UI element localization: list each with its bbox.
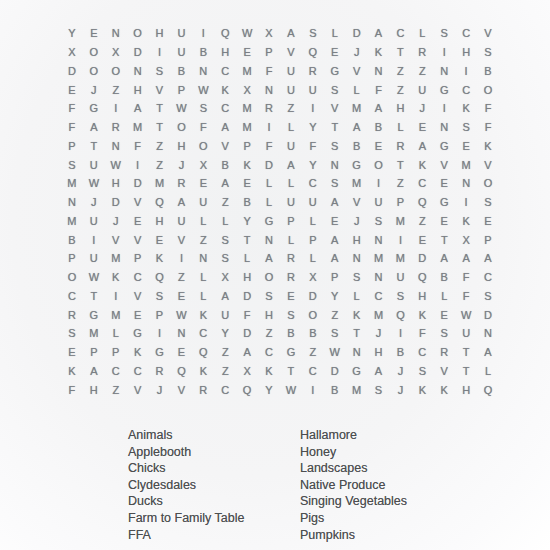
grid-cell-r1c5[interactable]: H xyxy=(149,24,171,43)
grid-cell-r14c20[interactable]: C xyxy=(477,268,499,287)
grid-cell-r16c10[interactable]: H xyxy=(258,305,280,324)
grid-cell-r11c2[interactable]: U xyxy=(83,212,105,231)
grid-cell-r20c10[interactable]: Y xyxy=(258,380,280,399)
grid-cell-r1c2[interactable]: E xyxy=(83,24,105,43)
grid-cell-r19c14[interactable]: G xyxy=(346,362,368,381)
grid-cell-r19c17[interactable]: S xyxy=(411,362,433,381)
grid-cell-r5c8[interactable]: C xyxy=(214,99,236,118)
grid-cell-r4c9[interactable]: X xyxy=(236,80,258,99)
grid-cell-r10c4[interactable]: V xyxy=(127,193,149,212)
grid-cell-r15c3[interactable]: I xyxy=(105,287,127,306)
grid-cell-r1c1[interactable]: Y xyxy=(61,24,83,43)
grid-cell-r3c3[interactable]: O xyxy=(105,62,127,81)
grid-cell-r10c17[interactable]: Q xyxy=(411,193,433,212)
grid-cell-r9c13[interactable]: S xyxy=(324,174,346,193)
grid-cell-r18c10[interactable]: C xyxy=(258,343,280,362)
grid-cell-r2c14[interactable]: J xyxy=(346,43,368,62)
grid-cell-r2c18[interactable]: I xyxy=(433,43,455,62)
grid-cell-r13c5[interactable]: K xyxy=(149,249,171,268)
grid-cell-r3c13[interactable]: G xyxy=(324,62,346,81)
grid-cell-r2c2[interactable]: O xyxy=(83,43,105,62)
grid-cell-r8c20[interactable]: V xyxy=(477,155,499,174)
grid-cell-r11c14[interactable]: J xyxy=(346,212,368,231)
grid-cell-r9c20[interactable]: O xyxy=(477,174,499,193)
grid-cell-r12c20[interactable]: P xyxy=(477,230,499,249)
grid-cell-r14c14[interactable]: S xyxy=(346,268,368,287)
grid-cell-r14c5[interactable]: Q xyxy=(149,268,171,287)
grid-cell-r9c17[interactable]: C xyxy=(411,174,433,193)
grid-cell-r16c5[interactable]: P xyxy=(149,305,171,324)
grid-cell-r2c16[interactable]: T xyxy=(389,43,411,62)
grid-cell-r18c18[interactable]: R xyxy=(433,343,455,362)
grid-cell-r5c1[interactable]: F xyxy=(61,99,83,118)
grid-cell-r14c1[interactable]: O xyxy=(61,268,83,287)
grid-cell-r3c14[interactable]: V xyxy=(346,62,368,81)
grid-cell-r10c1[interactable]: N xyxy=(61,193,83,212)
grid-cell-r9c19[interactable]: N xyxy=(455,174,477,193)
grid-cell-r20c2[interactable]: H xyxy=(83,380,105,399)
grid-cell-r11c20[interactable]: E xyxy=(477,212,499,231)
grid-cell-r20c7[interactable]: R xyxy=(192,380,214,399)
grid-cell-r4c4[interactable]: H xyxy=(127,80,149,99)
grid-cell-r13c14[interactable]: N xyxy=(346,249,368,268)
grid-cell-r20c18[interactable]: K xyxy=(433,380,455,399)
grid-cell-r5c3[interactable]: I xyxy=(105,99,127,118)
grid-cell-r17c20[interactable]: N xyxy=(477,324,499,343)
grid-cell-r12c9[interactable]: T xyxy=(236,230,258,249)
grid-cell-r9c14[interactable]: M xyxy=(346,174,368,193)
grid-cell-r15c1[interactable]: C xyxy=(61,287,83,306)
grid-cell-r14c12[interactable]: X xyxy=(302,268,324,287)
grid-cell-r7c2[interactable]: T xyxy=(83,137,105,156)
grid-cell-r2c17[interactable]: R xyxy=(411,43,433,62)
grid-cell-r10c11[interactable]: U xyxy=(280,193,302,212)
grid-cell-r10c8[interactable]: Z xyxy=(214,193,236,212)
grid-cell-r10c19[interactable]: I xyxy=(455,193,477,212)
grid-cell-r2c6[interactable]: U xyxy=(170,43,192,62)
grid-cell-r2c10[interactable]: P xyxy=(258,43,280,62)
grid-cell-r5c11[interactable]: Z xyxy=(280,99,302,118)
grid-cell-r1c7[interactable]: I xyxy=(192,24,214,43)
grid-cell-r6c14[interactable]: A xyxy=(346,118,368,137)
grid-cell-r3c9[interactable]: M xyxy=(236,62,258,81)
grid-cell-r1c20[interactable]: V xyxy=(477,24,499,43)
grid-cell-r11c13[interactable]: E xyxy=(324,212,346,231)
grid-cell-r19c10[interactable]: K xyxy=(258,362,280,381)
grid-cell-r12c14[interactable]: H xyxy=(346,230,368,249)
grid-cell-r13c4[interactable]: P xyxy=(127,249,149,268)
grid-cell-r19c9[interactable]: X xyxy=(236,362,258,381)
grid-cell-r17c15[interactable]: J xyxy=(368,324,390,343)
grid-cell-r4c3[interactable]: Z xyxy=(105,80,127,99)
grid-cell-r6c6[interactable]: O xyxy=(170,118,192,137)
grid-cell-r9c3[interactable]: H xyxy=(105,174,127,193)
grid-cell-r15c17[interactable]: H xyxy=(411,287,433,306)
grid-cell-r16c1[interactable]: R xyxy=(61,305,83,324)
grid-cell-r15c6[interactable]: E xyxy=(170,287,192,306)
grid-cell-r20c12[interactable]: I xyxy=(302,380,324,399)
grid-cell-r8c8[interactable]: B xyxy=(214,155,236,174)
grid-cell-r3c8[interactable]: C xyxy=(214,62,236,81)
grid-cell-r3c20[interactable]: B xyxy=(477,62,499,81)
grid-cell-r5c14[interactable]: M xyxy=(346,99,368,118)
grid-cell-r17c19[interactable]: U xyxy=(455,324,477,343)
grid-cell-r11c1[interactable]: M xyxy=(61,212,83,231)
grid-cell-r17c2[interactable]: M xyxy=(83,324,105,343)
grid-cell-r11c4[interactable]: E xyxy=(127,212,149,231)
grid-cell-r19c16[interactable]: J xyxy=(389,362,411,381)
grid-cell-r12c18[interactable]: T xyxy=(433,230,455,249)
grid-cell-r14c2[interactable]: W xyxy=(83,268,105,287)
grid-cell-r1c10[interactable]: X xyxy=(258,24,280,43)
grid-cell-r11c5[interactable]: H xyxy=(149,212,171,231)
grid-cell-r8c19[interactable]: M xyxy=(455,155,477,174)
grid-cell-r7c14[interactable]: B xyxy=(346,137,368,156)
grid-cell-r20c19[interactable]: H xyxy=(455,380,477,399)
grid-cell-r1c12[interactable]: S xyxy=(302,24,324,43)
grid-cell-r19c11[interactable]: T xyxy=(280,362,302,381)
grid-cell-r19c6[interactable]: Q xyxy=(170,362,192,381)
grid-cell-r6c1[interactable]: F xyxy=(61,118,83,137)
grid-cell-r6c19[interactable]: S xyxy=(455,118,477,137)
grid-cell-r18c6[interactable]: E xyxy=(170,343,192,362)
grid-cell-r8c17[interactable]: K xyxy=(411,155,433,174)
grid-cell-r14c9[interactable]: H xyxy=(236,268,258,287)
grid-cell-r13c3[interactable]: M xyxy=(105,249,127,268)
grid-cell-r20c3[interactable]: Z xyxy=(105,380,127,399)
grid-cell-r17c6[interactable]: N xyxy=(170,324,192,343)
grid-cell-r19c4[interactable]: C xyxy=(127,362,149,381)
grid-cell-r5c6[interactable]: W xyxy=(170,99,192,118)
grid-cell-r19c7[interactable]: K xyxy=(192,362,214,381)
grid-cell-r12c2[interactable]: I xyxy=(83,230,105,249)
grid-cell-r11c18[interactable]: E xyxy=(433,212,455,231)
grid-cell-r18c13[interactable]: W xyxy=(324,343,346,362)
grid-cell-r18c12[interactable]: Z xyxy=(302,343,324,362)
grid-cell-r10c7[interactable]: U xyxy=(192,193,214,212)
grid-cell-r4c16[interactable]: Z xyxy=(389,80,411,99)
grid-cell-r20c8[interactable]: C xyxy=(214,380,236,399)
grid-cell-r13c1[interactable]: P xyxy=(61,249,83,268)
grid-cell-r4c8[interactable]: K xyxy=(214,80,236,99)
grid-cell-r12c15[interactable]: N xyxy=(368,230,390,249)
grid-cell-r10c6[interactable]: A xyxy=(170,193,192,212)
grid-cell-r8c10[interactable]: D xyxy=(258,155,280,174)
grid-cell-r4c6[interactable]: P xyxy=(170,80,192,99)
grid-cell-r7c9[interactable]: P xyxy=(236,137,258,156)
grid-cell-r20c16[interactable]: J xyxy=(389,380,411,399)
grid-cell-r2c8[interactable]: H xyxy=(214,43,236,62)
grid-cell-r6c9[interactable]: M xyxy=(236,118,258,137)
grid-cell-r19c18[interactable]: V xyxy=(433,362,455,381)
grid-cell-r16c2[interactable]: G xyxy=(83,305,105,324)
grid-cell-r5c12[interactable]: I xyxy=(302,99,324,118)
grid-cell-r11c3[interactable]: J xyxy=(105,212,127,231)
grid-cell-r7c6[interactable]: H xyxy=(170,137,192,156)
grid-cell-r9c18[interactable]: E xyxy=(433,174,455,193)
grid-cell-r17c10[interactable]: Z xyxy=(258,324,280,343)
grid-cell-r11c6[interactable]: U xyxy=(170,212,192,231)
grid-cell-r18c15[interactable]: H xyxy=(368,343,390,362)
grid-cell-r9c7[interactable]: E xyxy=(192,174,214,193)
grid-cell-r5c17[interactable]: J xyxy=(411,99,433,118)
grid-cell-r3c4[interactable]: N xyxy=(127,62,149,81)
grid-cell-r9c1[interactable]: M xyxy=(61,174,83,193)
grid-cell-r15c18[interactable]: L xyxy=(433,287,455,306)
grid-cell-r6c5[interactable]: T xyxy=(149,118,171,137)
grid-cell-r2c7[interactable]: B xyxy=(192,43,214,62)
grid-cell-r19c20[interactable]: L xyxy=(477,362,499,381)
grid-cell-r9c8[interactable]: A xyxy=(214,174,236,193)
grid-cell-r16c9[interactable]: F xyxy=(236,305,258,324)
grid-cell-r17c13[interactable]: S xyxy=(324,324,346,343)
grid-cell-r12c12[interactable]: P xyxy=(302,230,324,249)
grid-cell-r13c16[interactable]: M xyxy=(389,249,411,268)
grid-cell-r8c12[interactable]: Y xyxy=(302,155,324,174)
grid-cell-r8c6[interactable]: J xyxy=(170,155,192,174)
grid-cell-r15c12[interactable]: D xyxy=(302,287,324,306)
grid-cell-r13c9[interactable]: L xyxy=(236,249,258,268)
grid-cell-r12c6[interactable]: V xyxy=(170,230,192,249)
grid-cell-r15c5[interactable]: S xyxy=(149,287,171,306)
grid-cell-r1c15[interactable]: A xyxy=(368,24,390,43)
grid-cell-r17c11[interactable]: B xyxy=(280,324,302,343)
grid-cell-r16c6[interactable]: W xyxy=(170,305,192,324)
grid-cell-r15c10[interactable]: S xyxy=(258,287,280,306)
grid-cell-r18c11[interactable]: G xyxy=(280,343,302,362)
grid-cell-r6c2[interactable]: A xyxy=(83,118,105,137)
grid-cell-r14c18[interactable]: B xyxy=(433,268,455,287)
grid-cell-r15c9[interactable]: D xyxy=(236,287,258,306)
grid-cell-r7c8[interactable]: V xyxy=(214,137,236,156)
grid-cell-r9c15[interactable]: I xyxy=(368,174,390,193)
grid-cell-r17c18[interactable]: S xyxy=(433,324,455,343)
grid-cell-r8c11[interactable]: A xyxy=(280,155,302,174)
grid-cell-r6c15[interactable]: B xyxy=(368,118,390,137)
grid-cell-r3c18[interactable]: N xyxy=(433,62,455,81)
grid-cell-r12c8[interactable]: S xyxy=(214,230,236,249)
grid-cell-r13c7[interactable]: N xyxy=(192,249,214,268)
grid-cell-r14c15[interactable]: N xyxy=(368,268,390,287)
grid-cell-r13c10[interactable]: A xyxy=(258,249,280,268)
grid-cell-r17c8[interactable]: Y xyxy=(214,324,236,343)
grid-cell-r16c4[interactable]: E xyxy=(127,305,149,324)
grid-cell-r1c16[interactable]: C xyxy=(389,24,411,43)
grid-cell-r2c12[interactable]: Q xyxy=(302,43,324,62)
grid-cell-r9c4[interactable]: D xyxy=(127,174,149,193)
grid-cell-r1c17[interactable]: L xyxy=(411,24,433,43)
grid-cell-r13c13[interactable]: A xyxy=(324,249,346,268)
grid-cell-r3c6[interactable]: B xyxy=(170,62,192,81)
grid-cell-r18c9[interactable]: A xyxy=(236,343,258,362)
grid-cell-r7c18[interactable]: G xyxy=(433,137,455,156)
grid-cell-r3c15[interactable]: N xyxy=(368,62,390,81)
grid-cell-r17c9[interactable]: D xyxy=(236,324,258,343)
grid-cell-r3c2[interactable]: O xyxy=(83,62,105,81)
grid-cell-r5c9[interactable]: M xyxy=(236,99,258,118)
grid-cell-r11c16[interactable]: M xyxy=(389,212,411,231)
grid-cell-r8c14[interactable]: G xyxy=(346,155,368,174)
grid-cell-r18c16[interactable]: B xyxy=(389,343,411,362)
grid-cell-r9c16[interactable]: Z xyxy=(389,174,411,193)
grid-cell-r7c11[interactable]: U xyxy=(280,137,302,156)
grid-cell-r6c8[interactable]: A xyxy=(214,118,236,137)
grid-cell-r7c16[interactable]: R xyxy=(389,137,411,156)
grid-cell-r15c11[interactable]: E xyxy=(280,287,302,306)
grid-cell-r18c3[interactable]: P xyxy=(105,343,127,362)
grid-cell-r6c12[interactable]: Y xyxy=(302,118,324,137)
grid-cell-r6c11[interactable]: L xyxy=(280,118,302,137)
grid-cell-r14c7[interactable]: L xyxy=(192,268,214,287)
grid-cell-r20c9[interactable]: Q xyxy=(236,380,258,399)
grid-cell-r3c7[interactable]: N xyxy=(192,62,214,81)
grid-cell-r2c1[interactable]: X xyxy=(61,43,83,62)
grid-cell-r17c4[interactable]: G xyxy=(127,324,149,343)
grid-cell-r11c17[interactable]: Z xyxy=(411,212,433,231)
grid-cell-r1c13[interactable]: L xyxy=(324,24,346,43)
grid-cell-r4c14[interactable]: L xyxy=(346,80,368,99)
grid-cell-r14c4[interactable]: C xyxy=(127,268,149,287)
grid-cell-r9c11[interactable]: L xyxy=(280,174,302,193)
grid-cell-r15c14[interactable]: L xyxy=(346,287,368,306)
grid-cell-r15c7[interactable]: L xyxy=(192,287,214,306)
grid-cell-r6c13[interactable]: T xyxy=(324,118,346,137)
grid-cell-r3c12[interactable]: R xyxy=(302,62,324,81)
grid-cell-r17c12[interactable]: B xyxy=(302,324,324,343)
grid-cell-r8c3[interactable]: W xyxy=(105,155,127,174)
grid-cell-r1c3[interactable]: N xyxy=(105,24,127,43)
grid-cell-r4c1[interactable]: E xyxy=(61,80,83,99)
grid-cell-r11c7[interactable]: L xyxy=(192,212,214,231)
grid-cell-r3c19[interactable]: I xyxy=(455,62,477,81)
grid-cell-r16c13[interactable]: Z xyxy=(324,305,346,324)
grid-cell-r17c3[interactable]: L xyxy=(105,324,127,343)
grid-cell-r12c10[interactable]: N xyxy=(258,230,280,249)
grid-cell-r18c7[interactable]: Q xyxy=(192,343,214,362)
grid-cell-r19c8[interactable]: Z xyxy=(214,362,236,381)
grid-cell-r20c6[interactable]: V xyxy=(170,380,192,399)
grid-cell-r17c17[interactable]: F xyxy=(411,324,433,343)
grid-cell-r18c1[interactable]: E xyxy=(61,343,83,362)
grid-cell-r15c15[interactable]: C xyxy=(368,287,390,306)
grid-cell-r10c13[interactable]: A xyxy=(324,193,346,212)
grid-cell-r16c19[interactable]: W xyxy=(455,305,477,324)
grid-cell-r19c5[interactable]: R xyxy=(149,362,171,381)
grid-cell-r19c3[interactable]: C xyxy=(105,362,127,381)
grid-cell-r7c19[interactable]: E xyxy=(455,137,477,156)
grid-cell-r6c10[interactable]: I xyxy=(258,118,280,137)
grid-cell-r19c19[interactable]: T xyxy=(455,362,477,381)
grid-cell-r2c13[interactable]: E xyxy=(324,43,346,62)
grid-cell-r18c20[interactable]: A xyxy=(477,343,499,362)
grid-cell-r10c15[interactable]: U xyxy=(368,193,390,212)
grid-cell-r1c8[interactable]: Q xyxy=(214,24,236,43)
grid-cell-r5c15[interactable]: A xyxy=(368,99,390,118)
grid-cell-r7c17[interactable]: A xyxy=(411,137,433,156)
grid-cell-r2c5[interactable]: I xyxy=(149,43,171,62)
grid-cell-r2c15[interactable]: K xyxy=(368,43,390,62)
grid-cell-r19c13[interactable]: D xyxy=(324,362,346,381)
grid-cell-r10c3[interactable]: D xyxy=(105,193,127,212)
grid-cell-r11c15[interactable]: S xyxy=(368,212,390,231)
grid-cell-r14c6[interactable]: Z xyxy=(170,268,192,287)
grid-cell-r6c17[interactable]: E xyxy=(411,118,433,137)
grid-cell-r20c17[interactable]: K xyxy=(411,380,433,399)
grid-cell-r4c17[interactable]: U xyxy=(411,80,433,99)
grid-cell-r15c19[interactable]: F xyxy=(455,287,477,306)
grid-cell-r6c16[interactable]: L xyxy=(389,118,411,137)
grid-cell-r8c13[interactable]: N xyxy=(324,155,346,174)
grid-cell-r2c20[interactable]: S xyxy=(477,43,499,62)
grid-cell-r6c4[interactable]: M xyxy=(127,118,149,137)
grid-cell-r13c12[interactable]: L xyxy=(302,249,324,268)
grid-cell-r4c13[interactable]: S xyxy=(324,80,346,99)
grid-cell-r18c8[interactable]: Z xyxy=(214,343,236,362)
grid-cell-r16c7[interactable]: K xyxy=(192,305,214,324)
grid-cell-r20c14[interactable]: M xyxy=(346,380,368,399)
grid-cell-r10c5[interactable]: Q xyxy=(149,193,171,212)
grid-cell-r19c2[interactable]: A xyxy=(83,362,105,381)
grid-cell-r9c9[interactable]: E xyxy=(236,174,258,193)
grid-cell-r8c2[interactable]: U xyxy=(83,155,105,174)
grid-cell-r12c17[interactable]: E xyxy=(411,230,433,249)
grid-cell-r16c8[interactable]: U xyxy=(214,305,236,324)
grid-cell-r1c14[interactable]: D xyxy=(346,24,368,43)
grid-cell-r6c18[interactable]: N xyxy=(433,118,455,137)
grid-cell-r1c11[interactable]: A xyxy=(280,24,302,43)
grid-cell-r19c12[interactable]: C xyxy=(302,362,324,381)
grid-cell-r7c1[interactable]: P xyxy=(61,137,83,156)
grid-cell-r13c6[interactable]: I xyxy=(170,249,192,268)
grid-cell-r8c7[interactable]: X xyxy=(192,155,214,174)
grid-cell-r5c18[interactable]: I xyxy=(433,99,455,118)
grid-cell-r12c4[interactable]: V xyxy=(127,230,149,249)
grid-cell-r7c13[interactable]: S xyxy=(324,137,346,156)
grid-cell-r19c1[interactable]: K xyxy=(61,362,83,381)
grid-cell-r3c1[interactable]: D xyxy=(61,62,83,81)
grid-cell-r11c12[interactable]: L xyxy=(302,212,324,231)
grid-cell-r18c14[interactable]: N xyxy=(346,343,368,362)
grid-cell-r6c20[interactable]: F xyxy=(477,118,499,137)
grid-cell-r15c2[interactable]: T xyxy=(83,287,105,306)
grid-cell-r6c3[interactable]: R xyxy=(105,118,127,137)
grid-cell-r14c19[interactable]: F xyxy=(455,268,477,287)
grid-cell-r5c19[interactable]: K xyxy=(455,99,477,118)
grid-cell-r11c19[interactable]: K xyxy=(455,212,477,231)
grid-cell-r10c14[interactable]: V xyxy=(346,193,368,212)
grid-cell-r7c20[interactable]: K xyxy=(477,137,499,156)
grid-cell-r3c16[interactable]: Z xyxy=(389,62,411,81)
grid-cell-r9c12[interactable]: C xyxy=(302,174,324,193)
grid-cell-r16c11[interactable]: S xyxy=(280,305,302,324)
grid-cell-r17c1[interactable]: S xyxy=(61,324,83,343)
grid-cell-r7c4[interactable]: F xyxy=(127,137,149,156)
grid-cell-r5c2[interactable]: G xyxy=(83,99,105,118)
grid-cell-r12c5[interactable]: E xyxy=(149,230,171,249)
grid-cell-r12c1[interactable]: B xyxy=(61,230,83,249)
grid-cell-r4c5[interactable]: V xyxy=(149,80,171,99)
grid-cell-r12c3[interactable]: V xyxy=(105,230,127,249)
grid-cell-r15c4[interactable]: V xyxy=(127,287,149,306)
grid-cell-r12c13[interactable]: A xyxy=(324,230,346,249)
grid-cell-r12c7[interactable]: Z xyxy=(192,230,214,249)
grid-cell-r3c17[interactable]: Z xyxy=(411,62,433,81)
grid-cell-r17c7[interactable]: C xyxy=(192,324,214,343)
grid-cell-r8c4[interactable]: I xyxy=(127,155,149,174)
grid-cell-r3c5[interactable]: S xyxy=(149,62,171,81)
grid-cell-r15c8[interactable]: A xyxy=(214,287,236,306)
grid-cell-r5c10[interactable]: R xyxy=(258,99,280,118)
